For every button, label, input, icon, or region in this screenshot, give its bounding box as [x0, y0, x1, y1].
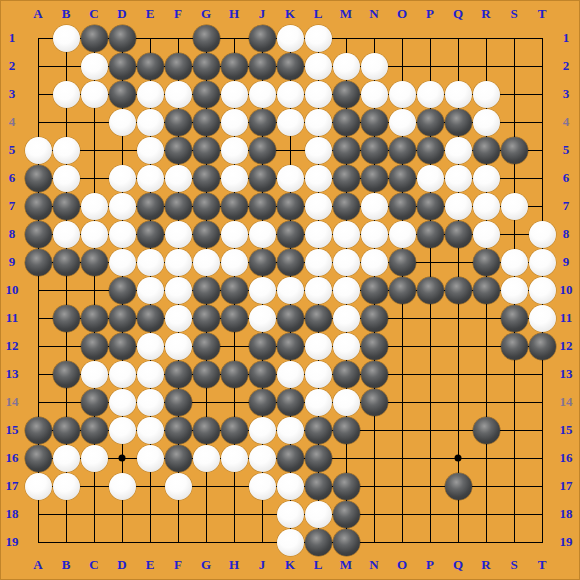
intersection-N3[interactable]: [360, 80, 388, 108]
intersection-R18[interactable]: [472, 500, 500, 528]
intersection-F4[interactable]: [164, 108, 192, 136]
intersection-L14[interactable]: [304, 388, 332, 416]
intersection-L6[interactable]: [304, 164, 332, 192]
intersection-E18[interactable]: [136, 500, 164, 528]
intersection-P1[interactable]: [416, 24, 444, 52]
intersection-E6[interactable]: [136, 164, 164, 192]
intersection-S2[interactable]: [500, 52, 528, 80]
intersection-F15[interactable]: [164, 416, 192, 444]
intersection-B1[interactable]: [52, 24, 80, 52]
intersection-J13[interactable]: [248, 360, 276, 388]
intersection-M15[interactable]: [332, 416, 360, 444]
intersection-S1[interactable]: [500, 24, 528, 52]
intersection-P13[interactable]: [416, 360, 444, 388]
intersection-R19[interactable]: [472, 528, 500, 556]
intersection-A14[interactable]: [24, 388, 52, 416]
intersection-E16[interactable]: [136, 444, 164, 472]
intersection-K6[interactable]: [276, 164, 304, 192]
intersection-B13[interactable]: [52, 360, 80, 388]
intersection-M4[interactable]: [332, 108, 360, 136]
intersection-Q5[interactable]: [444, 136, 472, 164]
intersection-T1[interactable]: [528, 24, 556, 52]
intersection-K12[interactable]: [276, 332, 304, 360]
intersection-D5[interactable]: [108, 136, 136, 164]
intersection-P8[interactable]: [416, 220, 444, 248]
intersection-G2[interactable]: [192, 52, 220, 80]
intersection-J18[interactable]: [248, 500, 276, 528]
intersection-G16[interactable]: [192, 444, 220, 472]
intersection-S4[interactable]: [500, 108, 528, 136]
intersection-A16[interactable]: [24, 444, 52, 472]
intersection-R1[interactable]: [472, 24, 500, 52]
intersection-L9[interactable]: [304, 248, 332, 276]
intersection-G4[interactable]: [192, 108, 220, 136]
intersection-J2[interactable]: [248, 52, 276, 80]
intersection-H8[interactable]: [220, 220, 248, 248]
intersection-R5[interactable]: [472, 136, 500, 164]
intersection-H7[interactable]: [220, 192, 248, 220]
intersection-J14[interactable]: [248, 388, 276, 416]
intersection-P9[interactable]: [416, 248, 444, 276]
intersection-D15[interactable]: [108, 416, 136, 444]
intersection-O16[interactable]: [388, 444, 416, 472]
intersection-Q19[interactable]: [444, 528, 472, 556]
intersection-S14[interactable]: [500, 388, 528, 416]
intersection-T19[interactable]: [528, 528, 556, 556]
intersection-A12[interactable]: [24, 332, 52, 360]
intersection-G17[interactable]: [192, 472, 220, 500]
intersection-E12[interactable]: [136, 332, 164, 360]
intersection-R11[interactable]: [472, 304, 500, 332]
intersection-D3[interactable]: [108, 80, 136, 108]
intersection-T9[interactable]: [528, 248, 556, 276]
intersection-B17[interactable]: [52, 472, 80, 500]
intersection-L10[interactable]: [304, 276, 332, 304]
intersection-G18[interactable]: [192, 500, 220, 528]
intersection-B6[interactable]: [52, 164, 80, 192]
intersection-H16[interactable]: [220, 444, 248, 472]
intersection-Q1[interactable]: [444, 24, 472, 52]
intersection-L11[interactable]: [304, 304, 332, 332]
intersection-S17[interactable]: [500, 472, 528, 500]
intersection-Q10[interactable]: [444, 276, 472, 304]
intersection-J15[interactable]: [248, 416, 276, 444]
intersection-E4[interactable]: [136, 108, 164, 136]
intersection-C15[interactable]: [80, 416, 108, 444]
intersection-R2[interactable]: [472, 52, 500, 80]
intersection-P7[interactable]: [416, 192, 444, 220]
intersection-O11[interactable]: [388, 304, 416, 332]
intersection-T10[interactable]: [528, 276, 556, 304]
intersection-S15[interactable]: [500, 416, 528, 444]
intersection-O9[interactable]: [388, 248, 416, 276]
intersection-L16[interactable]: [304, 444, 332, 472]
intersection-G14[interactable]: [192, 388, 220, 416]
intersection-A1[interactable]: [24, 24, 52, 52]
intersection-H3[interactable]: [220, 80, 248, 108]
intersection-H2[interactable]: [220, 52, 248, 80]
intersection-C6[interactable]: [80, 164, 108, 192]
intersection-P17[interactable]: [416, 472, 444, 500]
intersection-F19[interactable]: [164, 528, 192, 556]
intersection-B4[interactable]: [52, 108, 80, 136]
intersection-B14[interactable]: [52, 388, 80, 416]
intersection-N10[interactable]: [360, 276, 388, 304]
intersection-A17[interactable]: [24, 472, 52, 500]
intersection-N15[interactable]: [360, 416, 388, 444]
intersection-F1[interactable]: [164, 24, 192, 52]
intersection-M7[interactable]: [332, 192, 360, 220]
intersection-L5[interactable]: [304, 136, 332, 164]
intersection-J11[interactable]: [248, 304, 276, 332]
intersection-P11[interactable]: [416, 304, 444, 332]
intersection-G11[interactable]: [192, 304, 220, 332]
intersection-P18[interactable]: [416, 500, 444, 528]
intersection-T12[interactable]: [528, 332, 556, 360]
intersection-M13[interactable]: [332, 360, 360, 388]
intersection-M1[interactable]: [332, 24, 360, 52]
intersection-N13[interactable]: [360, 360, 388, 388]
intersection-T5[interactable]: [528, 136, 556, 164]
intersection-Q14[interactable]: [444, 388, 472, 416]
intersection-B12[interactable]: [52, 332, 80, 360]
intersection-G10[interactable]: [192, 276, 220, 304]
intersection-M6[interactable]: [332, 164, 360, 192]
intersection-D9[interactable]: [108, 248, 136, 276]
intersection-H6[interactable]: [220, 164, 248, 192]
intersection-O3[interactable]: [388, 80, 416, 108]
intersection-B2[interactable]: [52, 52, 80, 80]
intersection-L1[interactable]: [304, 24, 332, 52]
intersection-C13[interactable]: [80, 360, 108, 388]
intersection-S12[interactable]: [500, 332, 528, 360]
intersection-E19[interactable]: [136, 528, 164, 556]
intersection-T2[interactable]: [528, 52, 556, 80]
intersection-E9[interactable]: [136, 248, 164, 276]
intersection-D10[interactable]: [108, 276, 136, 304]
intersection-J8[interactable]: [248, 220, 276, 248]
intersection-O17[interactable]: [388, 472, 416, 500]
intersection-K14[interactable]: [276, 388, 304, 416]
intersection-D4[interactable]: [108, 108, 136, 136]
intersection-A19[interactable]: [24, 528, 52, 556]
intersection-C17[interactable]: [80, 472, 108, 500]
intersection-R9[interactable]: [472, 248, 500, 276]
intersection-L18[interactable]: [304, 500, 332, 528]
intersection-A8[interactable]: [24, 220, 52, 248]
intersection-A4[interactable]: [24, 108, 52, 136]
intersection-C2[interactable]: [80, 52, 108, 80]
intersection-F6[interactable]: [164, 164, 192, 192]
intersection-T14[interactable]: [528, 388, 556, 416]
intersection-O7[interactable]: [388, 192, 416, 220]
intersection-T3[interactable]: [528, 80, 556, 108]
intersection-K8[interactable]: [276, 220, 304, 248]
intersection-Q8[interactable]: [444, 220, 472, 248]
intersection-J16[interactable]: [248, 444, 276, 472]
intersection-Q12[interactable]: [444, 332, 472, 360]
intersection-E8[interactable]: [136, 220, 164, 248]
intersection-T7[interactable]: [528, 192, 556, 220]
intersection-S8[interactable]: [500, 220, 528, 248]
intersection-O2[interactable]: [388, 52, 416, 80]
intersection-K5[interactable]: [276, 136, 304, 164]
intersection-H12[interactable]: [220, 332, 248, 360]
intersection-B5[interactable]: [52, 136, 80, 164]
intersection-O13[interactable]: [388, 360, 416, 388]
intersection-N4[interactable]: [360, 108, 388, 136]
intersection-H19[interactable]: [220, 528, 248, 556]
intersection-K17[interactable]: [276, 472, 304, 500]
intersection-P6[interactable]: [416, 164, 444, 192]
intersection-L13[interactable]: [304, 360, 332, 388]
intersection-K18[interactable]: [276, 500, 304, 528]
intersection-S7[interactable]: [500, 192, 528, 220]
intersection-P2[interactable]: [416, 52, 444, 80]
intersection-N6[interactable]: [360, 164, 388, 192]
intersection-T13[interactable]: [528, 360, 556, 388]
intersection-R7[interactable]: [472, 192, 500, 220]
intersection-P12[interactable]: [416, 332, 444, 360]
intersection-F7[interactable]: [164, 192, 192, 220]
intersection-O8[interactable]: [388, 220, 416, 248]
intersection-F16[interactable]: [164, 444, 192, 472]
intersection-E17[interactable]: [136, 472, 164, 500]
intersection-Q13[interactable]: [444, 360, 472, 388]
intersection-B10[interactable]: [52, 276, 80, 304]
intersection-A10[interactable]: [24, 276, 52, 304]
intersection-H18[interactable]: [220, 500, 248, 528]
intersection-N16[interactable]: [360, 444, 388, 472]
intersection-H14[interactable]: [220, 388, 248, 416]
intersection-Q15[interactable]: [444, 416, 472, 444]
intersection-F8[interactable]: [164, 220, 192, 248]
intersection-P16[interactable]: [416, 444, 444, 472]
intersection-K9[interactable]: [276, 248, 304, 276]
intersection-G3[interactable]: [192, 80, 220, 108]
intersection-S18[interactable]: [500, 500, 528, 528]
intersection-M19[interactable]: [332, 528, 360, 556]
intersection-M10[interactable]: [332, 276, 360, 304]
intersection-D1[interactable]: [108, 24, 136, 52]
intersection-C18[interactable]: [80, 500, 108, 528]
intersection-N9[interactable]: [360, 248, 388, 276]
intersection-T4[interactable]: [528, 108, 556, 136]
intersection-H17[interactable]: [220, 472, 248, 500]
intersection-R14[interactable]: [472, 388, 500, 416]
intersection-H13[interactable]: [220, 360, 248, 388]
intersection-R13[interactable]: [472, 360, 500, 388]
intersection-F2[interactable]: [164, 52, 192, 80]
intersection-O15[interactable]: [388, 416, 416, 444]
intersection-Q3[interactable]: [444, 80, 472, 108]
intersection-A9[interactable]: [24, 248, 52, 276]
intersection-L8[interactable]: [304, 220, 332, 248]
intersection-D11[interactable]: [108, 304, 136, 332]
intersection-E10[interactable]: [136, 276, 164, 304]
intersection-O18[interactable]: [388, 500, 416, 528]
intersection-M5[interactable]: [332, 136, 360, 164]
intersection-B19[interactable]: [52, 528, 80, 556]
intersection-E1[interactable]: [136, 24, 164, 52]
intersection-E7[interactable]: [136, 192, 164, 220]
intersection-A15[interactable]: [24, 416, 52, 444]
intersection-L4[interactable]: [304, 108, 332, 136]
intersection-T11[interactable]: [528, 304, 556, 332]
intersection-R10[interactable]: [472, 276, 500, 304]
intersection-T15[interactable]: [528, 416, 556, 444]
intersection-L15[interactable]: [304, 416, 332, 444]
intersection-C16[interactable]: [80, 444, 108, 472]
intersection-Q7[interactable]: [444, 192, 472, 220]
intersection-L17[interactable]: [304, 472, 332, 500]
intersection-E14[interactable]: [136, 388, 164, 416]
intersection-J19[interactable]: [248, 528, 276, 556]
intersection-O5[interactable]: [388, 136, 416, 164]
intersection-J6[interactable]: [248, 164, 276, 192]
intersection-M2[interactable]: [332, 52, 360, 80]
intersection-J3[interactable]: [248, 80, 276, 108]
intersection-C5[interactable]: [80, 136, 108, 164]
intersection-F12[interactable]: [164, 332, 192, 360]
intersection-A6[interactable]: [24, 164, 52, 192]
intersection-R15[interactable]: [472, 416, 500, 444]
intersection-M8[interactable]: [332, 220, 360, 248]
intersection-F9[interactable]: [164, 248, 192, 276]
intersection-N11[interactable]: [360, 304, 388, 332]
intersection-B15[interactable]: [52, 416, 80, 444]
intersection-S11[interactable]: [500, 304, 528, 332]
intersection-T6[interactable]: [528, 164, 556, 192]
intersection-K1[interactable]: [276, 24, 304, 52]
intersection-P3[interactable]: [416, 80, 444, 108]
intersection-E11[interactable]: [136, 304, 164, 332]
intersection-F17[interactable]: [164, 472, 192, 500]
intersection-J17[interactable]: [248, 472, 276, 500]
intersection-D14[interactable]: [108, 388, 136, 416]
intersection-A2[interactable]: [24, 52, 52, 80]
intersection-H4[interactable]: [220, 108, 248, 136]
intersection-G12[interactable]: [192, 332, 220, 360]
intersection-L3[interactable]: [304, 80, 332, 108]
intersection-H11[interactable]: [220, 304, 248, 332]
intersection-N17[interactable]: [360, 472, 388, 500]
intersection-M3[interactable]: [332, 80, 360, 108]
intersection-O1[interactable]: [388, 24, 416, 52]
intersection-K19[interactable]: [276, 528, 304, 556]
intersection-P5[interactable]: [416, 136, 444, 164]
intersection-G13[interactable]: [192, 360, 220, 388]
intersection-F14[interactable]: [164, 388, 192, 416]
intersection-J5[interactable]: [248, 136, 276, 164]
intersection-R17[interactable]: [472, 472, 500, 500]
intersection-L2[interactable]: [304, 52, 332, 80]
intersection-T18[interactable]: [528, 500, 556, 528]
intersection-Q18[interactable]: [444, 500, 472, 528]
intersection-M18[interactable]: [332, 500, 360, 528]
intersection-G15[interactable]: [192, 416, 220, 444]
intersection-H9[interactable]: [220, 248, 248, 276]
intersection-O19[interactable]: [388, 528, 416, 556]
intersection-S13[interactable]: [500, 360, 528, 388]
intersection-O4[interactable]: [388, 108, 416, 136]
intersection-S16[interactable]: [500, 444, 528, 472]
intersection-P4[interactable]: [416, 108, 444, 136]
intersection-O14[interactable]: [388, 388, 416, 416]
intersection-C19[interactable]: [80, 528, 108, 556]
intersection-C10[interactable]: [80, 276, 108, 304]
intersection-M11[interactable]: [332, 304, 360, 332]
intersection-A18[interactable]: [24, 500, 52, 528]
intersection-C1[interactable]: [80, 24, 108, 52]
intersection-R3[interactable]: [472, 80, 500, 108]
intersection-H10[interactable]: [220, 276, 248, 304]
intersection-A3[interactable]: [24, 80, 52, 108]
intersection-F18[interactable]: [164, 500, 192, 528]
intersection-D8[interactable]: [108, 220, 136, 248]
intersection-A13[interactable]: [24, 360, 52, 388]
intersection-Q4[interactable]: [444, 108, 472, 136]
intersection-A11[interactable]: [24, 304, 52, 332]
intersection-N7[interactable]: [360, 192, 388, 220]
intersection-K13[interactable]: [276, 360, 304, 388]
intersection-B7[interactable]: [52, 192, 80, 220]
intersection-C12[interactable]: [80, 332, 108, 360]
intersection-M9[interactable]: [332, 248, 360, 276]
intersection-N12[interactable]: [360, 332, 388, 360]
intersection-D12[interactable]: [108, 332, 136, 360]
intersection-K2[interactable]: [276, 52, 304, 80]
intersection-D7[interactable]: [108, 192, 136, 220]
intersection-S10[interactable]: [500, 276, 528, 304]
intersection-C9[interactable]: [80, 248, 108, 276]
intersection-D17[interactable]: [108, 472, 136, 500]
intersection-D2[interactable]: [108, 52, 136, 80]
intersection-E15[interactable]: [136, 416, 164, 444]
intersection-N1[interactable]: [360, 24, 388, 52]
intersection-H15[interactable]: [220, 416, 248, 444]
intersection-S5[interactable]: [500, 136, 528, 164]
intersection-J12[interactable]: [248, 332, 276, 360]
intersection-G7[interactable]: [192, 192, 220, 220]
intersection-L7[interactable]: [304, 192, 332, 220]
intersection-D6[interactable]: [108, 164, 136, 192]
intersection-C14[interactable]: [80, 388, 108, 416]
intersection-N2[interactable]: [360, 52, 388, 80]
intersection-P19[interactable]: [416, 528, 444, 556]
intersection-N14[interactable]: [360, 388, 388, 416]
intersection-O12[interactable]: [388, 332, 416, 360]
intersection-N19[interactable]: [360, 528, 388, 556]
intersection-Q2[interactable]: [444, 52, 472, 80]
intersection-P14[interactable]: [416, 388, 444, 416]
intersection-R16[interactable]: [472, 444, 500, 472]
intersection-B8[interactable]: [52, 220, 80, 248]
intersection-L12[interactable]: [304, 332, 332, 360]
intersection-B16[interactable]: [52, 444, 80, 472]
intersection-D18[interactable]: [108, 500, 136, 528]
intersection-M14[interactable]: [332, 388, 360, 416]
intersection-P10[interactable]: [416, 276, 444, 304]
intersection-C3[interactable]: [80, 80, 108, 108]
intersection-A5[interactable]: [24, 136, 52, 164]
intersection-K4[interactable]: [276, 108, 304, 136]
intersection-F5[interactable]: [164, 136, 192, 164]
intersection-E3[interactable]: [136, 80, 164, 108]
intersection-G1[interactable]: [192, 24, 220, 52]
intersection-Q9[interactable]: [444, 248, 472, 276]
intersection-K16[interactable]: [276, 444, 304, 472]
